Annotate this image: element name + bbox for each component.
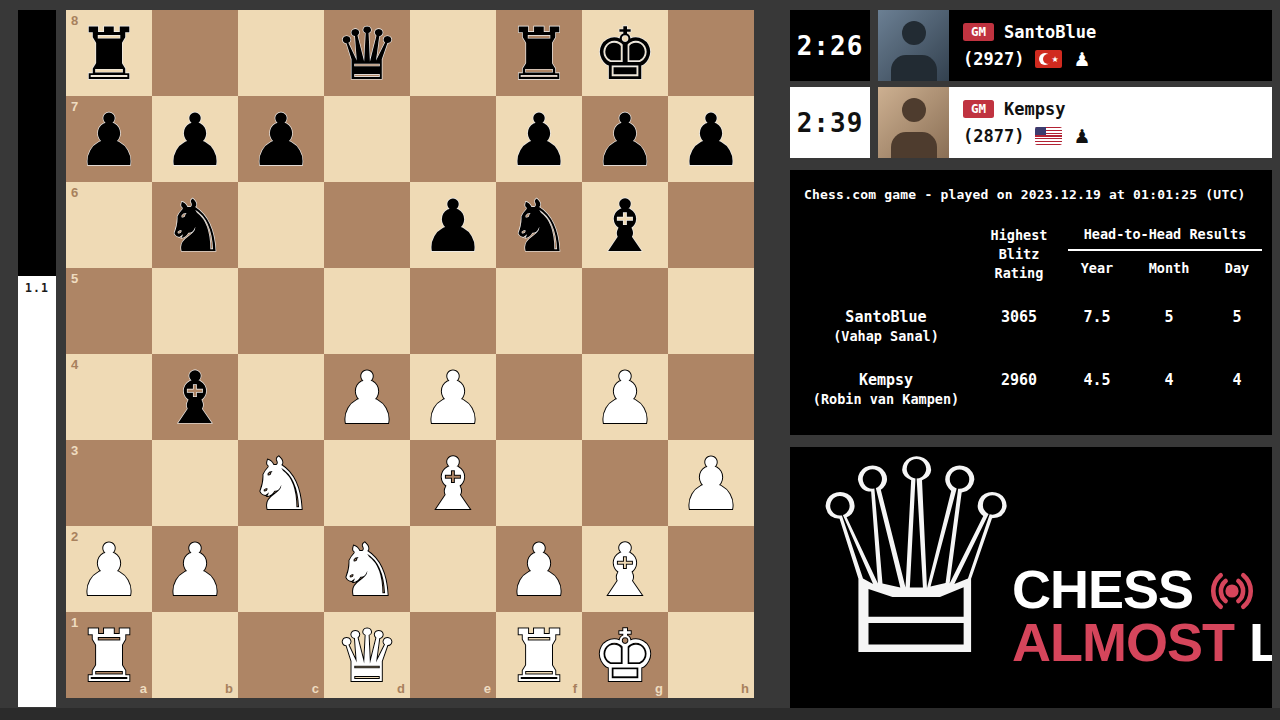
player-rating-white: (2877) — [963, 126, 1024, 146]
square-e6: ♟ — [410, 182, 496, 268]
square-b6: ♞ — [152, 182, 238, 268]
queen-sketch-icon: ♕ — [796, 447, 1036, 708]
table-row-player: Kempsy (Robin van Kampen) — [798, 370, 974, 409]
avatar-head — [902, 21, 926, 45]
square-h3: ♟ — [668, 440, 754, 526]
black-pawn-g7: ♟ — [582, 96, 668, 182]
white-pawn-e4: ♟ — [410, 354, 496, 440]
evaluation-score: 1.1 — [18, 276, 56, 295]
h2h-day-value: 4 — [1208, 370, 1266, 390]
gm-title-badge: GM — [963, 100, 994, 119]
square-c2 — [238, 526, 324, 612]
h2h-month-value: 4 — [1130, 370, 1208, 390]
table-row-player: SantoBlue (Vahap Sanal) — [798, 307, 974, 346]
square-e8 — [410, 10, 496, 96]
chess-almost-live-logo-panel: ♕ CHESS ALMOST LIVE — [790, 447, 1272, 708]
black-bishop-g6: ♝ — [582, 182, 668, 268]
evaluation-bar: 1.1 — [18, 10, 56, 707]
clock-white: 2:39 — [790, 87, 870, 158]
black-pawn-c7: ♟ — [238, 96, 324, 182]
square-a4: 4 — [66, 354, 152, 440]
square-a6: 6 — [66, 182, 152, 268]
black-pawn-e6: ♟ — [410, 182, 496, 268]
square-h2 — [668, 526, 754, 612]
square-f6: ♞ — [496, 182, 582, 268]
evaluation-bar-white-section: 1.1 — [18, 276, 56, 707]
h2h-month-value: 5 — [1130, 307, 1208, 327]
black-bishop-b4: ♝ — [152, 354, 238, 440]
square-b2: ♟ — [152, 526, 238, 612]
head-to-head-header: Head-to-Head Results Year Month Day — [1064, 226, 1266, 283]
square-g2: ♝ — [582, 526, 668, 612]
rank-label-5: 5 — [71, 271, 78, 286]
square-f3 — [496, 440, 582, 526]
logo-word-live: LIVE — [1249, 616, 1272, 669]
player-row-white: 2:39 GM Kempsy (2877) ♟ — [790, 87, 1272, 158]
player-name-black: SantoBlue — [1004, 22, 1096, 42]
chess-board: ♜8♛♜♚♟7♟♟♟♟♟6♞♟♞♝54♝♟♟♟3♞♝♟♟2♟♞♟♝♜1abc♛d… — [66, 10, 754, 698]
square-c7: ♟ — [238, 96, 324, 182]
square-f1: ♜f — [496, 612, 582, 698]
player-row-black: 2:26 GM SantoBlue (2927) ★ ♟ — [790, 10, 1272, 81]
square-a8: ♜8 — [66, 10, 152, 96]
column-month: Month — [1130, 260, 1208, 276]
file-label-c: c — [312, 681, 319, 696]
square-h8 — [668, 10, 754, 96]
highest-blitz-rating-value: 3065 — [974, 307, 1064, 327]
square-b5 — [152, 268, 238, 354]
player-info-black: GM SantoBlue (2927) ★ ♟ — [878, 10, 1272, 81]
square-f5 — [496, 268, 582, 354]
pawn-icon: ♟ — [1073, 50, 1090, 69]
logo-word-chess: CHESS — [1012, 563, 1193, 616]
rank-label-7: 7 — [71, 99, 78, 114]
square-c8 — [238, 10, 324, 96]
square-b7: ♟ — [152, 96, 238, 182]
square-a5: 5 — [66, 268, 152, 354]
square-a3: 3 — [66, 440, 152, 526]
broadcast-frame: 1.1 ♜8♛♜♚♟7♟♟♟♟♟6♞♟♞♝54♝♟♟♟3♞♝♟♟2♟♞♟♝♜1a… — [0, 0, 1280, 720]
square-c6 — [238, 182, 324, 268]
file-label-b: b — [225, 681, 233, 696]
player-photo-white — [878, 87, 949, 158]
rank-label-3: 3 — [71, 443, 78, 458]
black-pawn-b7: ♟ — [152, 96, 238, 182]
black-rook-f8: ♜ — [496, 10, 582, 96]
black-pawn-h7: ♟ — [668, 96, 754, 182]
pawn-icon: ♟ — [1073, 127, 1090, 146]
player-name-white: Kempsy — [1004, 99, 1065, 119]
file-label-f: f — [573, 681, 577, 696]
highest-blitz-rating-value: 2960 — [974, 370, 1064, 390]
square-a7: ♟7 — [66, 96, 152, 182]
square-c4 — [238, 354, 324, 440]
h2h-day-value: 5 — [1208, 307, 1266, 327]
player-info-white: GM Kempsy (2877) ♟ — [878, 87, 1272, 158]
square-b1: b — [152, 612, 238, 698]
logo-word-almost: ALMOST — [1012, 616, 1234, 669]
player-photo-black — [878, 10, 949, 81]
square-h5 — [668, 268, 754, 354]
turkey-flag-icon: ★ — [1035, 50, 1062, 68]
live-signal-icon — [1203, 568, 1261, 614]
square-e7 — [410, 96, 496, 182]
black-rook-a8: ♜ — [66, 10, 152, 96]
rank-label-6: 6 — [71, 185, 78, 200]
gm-title-badge: GM — [963, 23, 994, 42]
logo-text: CHESS ALMOST LIVE — [1012, 563, 1272, 669]
white-knight-c3: ♞ — [238, 440, 324, 526]
black-queen-d8: ♛ — [324, 10, 410, 96]
white-rook-f1: ♜ — [496, 612, 582, 698]
column-year: Year — [1064, 260, 1130, 276]
file-label-d: d — [397, 681, 405, 696]
player-rating-black: (2927) — [963, 49, 1024, 69]
black-pawn-a7: ♟ — [66, 96, 152, 182]
black-pawn-f7: ♟ — [496, 96, 582, 182]
avatar-torso — [891, 55, 937, 81]
white-pawn-g4: ♟ — [582, 354, 668, 440]
square-g6: ♝ — [582, 182, 668, 268]
square-e4: ♟ — [410, 354, 496, 440]
square-b8 — [152, 10, 238, 96]
square-g5 — [582, 268, 668, 354]
white-pawn-b2: ♟ — [152, 526, 238, 612]
avatar-torso — [891, 132, 937, 158]
black-knight-f6: ♞ — [496, 182, 582, 268]
square-d3 — [324, 440, 410, 526]
rank-label-4: 4 — [71, 357, 78, 372]
square-a1: ♜1a — [66, 612, 152, 698]
square-c1: c — [238, 612, 324, 698]
square-e5 — [410, 268, 496, 354]
square-h7: ♟ — [668, 96, 754, 182]
square-f7: ♟ — [496, 96, 582, 182]
file-label-e: e — [484, 681, 491, 696]
square-h4 — [668, 354, 754, 440]
rank-label-2: 2 — [71, 529, 78, 544]
white-bishop-g2: ♝ — [582, 526, 668, 612]
highest-blitz-rating-header: Highest Blitz Rating — [974, 226, 1064, 283]
white-pawn-d4: ♟ — [324, 354, 410, 440]
usa-flag-icon — [1035, 127, 1062, 145]
clock-black: 2:26 — [790, 10, 870, 81]
white-bishop-e3: ♝ — [410, 440, 496, 526]
square-f4 — [496, 354, 582, 440]
game-info-panel: Chess.com game - played on 2023.12.19 at… — [790, 170, 1272, 435]
square-g8: ♚ — [582, 10, 668, 96]
game-info-title: Chess.com game - played on 2023.12.19 at… — [790, 170, 1272, 202]
column-day: Day — [1208, 260, 1266, 276]
rank-label-1: 1 — [71, 615, 78, 630]
rank-label-8: 8 — [71, 13, 78, 28]
square-g1: ♚g — [582, 612, 668, 698]
square-f2: ♟ — [496, 526, 582, 612]
square-e1: e — [410, 612, 496, 698]
square-g7: ♟ — [582, 96, 668, 182]
white-pawn-f2: ♟ — [496, 526, 582, 612]
square-d5 — [324, 268, 410, 354]
head-to-head-table: Highest Blitz Rating Head-to-Head Result… — [798, 226, 1266, 409]
file-label-a: a — [140, 681, 147, 696]
file-label-h: h — [741, 681, 749, 696]
bottom-letterbox-strip — [0, 708, 1280, 720]
square-b3 — [152, 440, 238, 526]
square-e3: ♝ — [410, 440, 496, 526]
avatar-head — [902, 98, 926, 122]
square-g3 — [582, 440, 668, 526]
black-king-g8: ♚ — [582, 10, 668, 96]
white-pawn-a2: ♟ — [66, 526, 152, 612]
square-h1: h — [668, 612, 754, 698]
square-a2: ♟2 — [66, 526, 152, 612]
black-knight-b6: ♞ — [152, 182, 238, 268]
file-label-g: g — [655, 681, 663, 696]
white-pawn-h3: ♟ — [668, 440, 754, 526]
square-d8: ♛ — [324, 10, 410, 96]
square-d2: ♞ — [324, 526, 410, 612]
square-d7 — [324, 96, 410, 182]
square-d1: ♛d — [324, 612, 410, 698]
head-to-head-title: Head-to-Head Results — [1068, 226, 1262, 251]
square-h6 — [668, 182, 754, 268]
square-d6 — [324, 182, 410, 268]
square-e2 — [410, 526, 496, 612]
square-c3: ♞ — [238, 440, 324, 526]
square-d4: ♟ — [324, 354, 410, 440]
h2h-year-value: 4.5 — [1064, 370, 1130, 390]
square-f8: ♜ — [496, 10, 582, 96]
square-g4: ♟ — [582, 354, 668, 440]
h2h-year-value: 7.5 — [1064, 307, 1130, 327]
square-b4: ♝ — [152, 354, 238, 440]
empty-header-cell — [798, 226, 974, 283]
square-c5 — [238, 268, 324, 354]
white-knight-d2: ♞ — [324, 526, 410, 612]
